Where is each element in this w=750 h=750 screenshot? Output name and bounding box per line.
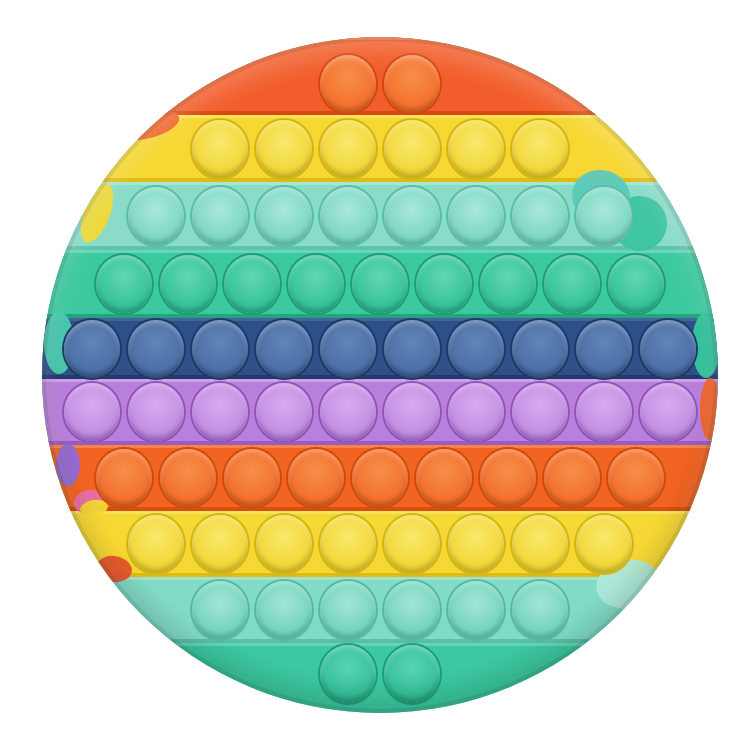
bubble-row8-col4[interactable] bbox=[320, 515, 376, 573]
bubble-row6-col10[interactable] bbox=[640, 383, 696, 441]
bubble-row9-col4[interactable] bbox=[384, 581, 440, 639]
bubble-row6-col3[interactable] bbox=[192, 383, 248, 441]
bubble-row6-col6[interactable] bbox=[384, 383, 440, 441]
bubble-row7-col7[interactable] bbox=[480, 449, 536, 507]
bubble-row6-col8[interactable] bbox=[512, 383, 568, 441]
row-6-purple-band bbox=[42, 379, 718, 445]
bubble-row9-col1[interactable] bbox=[192, 581, 248, 639]
bubble-row7-col4[interactable] bbox=[288, 449, 344, 507]
bubble-row1-col1[interactable] bbox=[320, 55, 376, 113]
bubble-row8-col8[interactable] bbox=[576, 515, 632, 573]
bubble-row7-col1[interactable] bbox=[96, 449, 152, 507]
bubble-row9-col5[interactable] bbox=[448, 581, 504, 639]
bubble-row6-col9[interactable] bbox=[576, 383, 632, 441]
bubble-row4-col2[interactable] bbox=[160, 255, 216, 313]
bubble-row9-col3[interactable] bbox=[320, 581, 376, 639]
bubble-row4-col6[interactable] bbox=[416, 255, 472, 313]
bubble-row5-col5[interactable] bbox=[320, 320, 376, 378]
bubble-row3-col5[interactable] bbox=[384, 187, 440, 245]
row-7-orange-band bbox=[42, 445, 718, 511]
bubble-row2-col3[interactable] bbox=[320, 120, 376, 178]
bubble-row6-col2[interactable] bbox=[128, 383, 184, 441]
bubble-row3-col1[interactable] bbox=[128, 187, 184, 245]
bubble-row2-col2[interactable] bbox=[256, 120, 312, 178]
bubble-row4-col7[interactable] bbox=[480, 255, 536, 313]
bubble-row5-col7[interactable] bbox=[448, 320, 504, 378]
bubble-row4-col1[interactable] bbox=[96, 255, 152, 313]
marble-patch-orange-wedge-purple-row-right-rim bbox=[700, 378, 718, 440]
bubble-row8-col2[interactable] bbox=[192, 515, 248, 573]
bubble-row7-col2[interactable] bbox=[160, 449, 216, 507]
marble-patch-violet-wedge-orange-row-left-rim bbox=[56, 444, 80, 486]
row-3-mint-band bbox=[42, 182, 718, 250]
bubble-row9-col6[interactable] bbox=[512, 581, 568, 639]
row-2-yellow-band bbox=[42, 115, 718, 182]
bubble-row7-col8[interactable] bbox=[544, 449, 600, 507]
bubble-row9-col2[interactable] bbox=[256, 581, 312, 639]
bubble-row1-col2[interactable] bbox=[384, 55, 440, 113]
bubble-row8-col1[interactable] bbox=[128, 515, 184, 573]
bubble-row8-col6[interactable] bbox=[448, 515, 504, 573]
bubble-row3-col4[interactable] bbox=[320, 187, 376, 245]
bubble-row10-col2[interactable] bbox=[384, 645, 440, 703]
bubble-row8-col7[interactable] bbox=[512, 515, 568, 573]
bubble-row5-col6[interactable] bbox=[384, 320, 440, 378]
bubble-row4-col5[interactable] bbox=[352, 255, 408, 313]
bubble-row4-col4[interactable] bbox=[288, 255, 344, 313]
bubble-row5-col2[interactable] bbox=[128, 320, 184, 378]
bubble-row6-col5[interactable] bbox=[320, 383, 376, 441]
bubble-row5-col1[interactable] bbox=[64, 320, 120, 378]
bubble-row7-col5[interactable] bbox=[352, 449, 408, 507]
row-5-navy-blue-band bbox=[42, 318, 718, 379]
bubble-row2-col4[interactable] bbox=[384, 120, 440, 178]
bubble-row5-col10[interactable] bbox=[640, 320, 696, 378]
bubble-row7-col3[interactable] bbox=[224, 449, 280, 507]
bubble-row5-col3[interactable] bbox=[192, 320, 248, 378]
bubble-row3-col8[interactable] bbox=[576, 187, 632, 245]
bubble-row4-col9[interactable] bbox=[608, 255, 664, 313]
bubble-row7-col9[interactable] bbox=[608, 449, 664, 507]
bubble-row3-col6[interactable] bbox=[448, 187, 504, 245]
bubble-row2-col1[interactable] bbox=[192, 120, 248, 178]
bubble-row3-col3[interactable] bbox=[256, 187, 312, 245]
bubble-row6-col7[interactable] bbox=[448, 383, 504, 441]
bubble-row3-col2[interactable] bbox=[192, 187, 248, 245]
pop-it-product-photo bbox=[0, 0, 750, 750]
bubble-row5-col4[interactable] bbox=[256, 320, 312, 378]
bubble-row8-col5[interactable] bbox=[384, 515, 440, 573]
bubble-row8-col3[interactable] bbox=[256, 515, 312, 573]
bubble-row7-col6[interactable] bbox=[416, 449, 472, 507]
row-4-green-band bbox=[42, 250, 718, 318]
bubble-row2-col6[interactable] bbox=[512, 120, 568, 178]
bubble-row4-col3[interactable] bbox=[224, 255, 280, 313]
marble-patch-green-wedge-blue-row-right-rim bbox=[692, 312, 718, 378]
bubble-row6-col4[interactable] bbox=[256, 383, 312, 441]
row-10-green-band bbox=[42, 643, 718, 713]
bubble-row5-col8[interactable] bbox=[512, 320, 568, 378]
row-8-yellow-band bbox=[42, 511, 718, 577]
bubble-row5-col9[interactable] bbox=[576, 320, 632, 378]
bubble-row4-col8[interactable] bbox=[544, 255, 600, 313]
row-1-orange-red-band bbox=[42, 37, 718, 115]
bubble-row10-col1[interactable] bbox=[320, 645, 376, 703]
bubble-row2-col5[interactable] bbox=[448, 120, 504, 178]
bubble-row6-col1[interactable] bbox=[64, 383, 120, 441]
pop-it-board bbox=[42, 37, 718, 713]
bubble-row3-col7[interactable] bbox=[512, 187, 568, 245]
